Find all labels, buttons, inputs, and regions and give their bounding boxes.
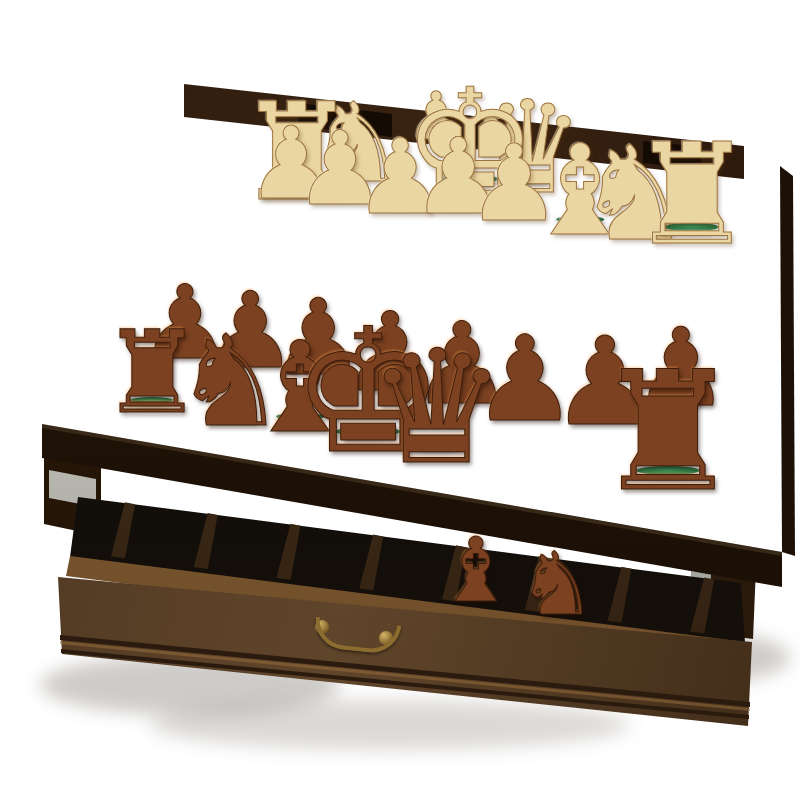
square-f4[interactable]	[313, 240, 385, 276]
rook-glyph: ♜	[629, 142, 755, 247]
rook-glyph: ♜	[594, 371, 742, 495]
black-bishop-drawer[interactable]: ♝	[432, 519, 521, 592]
black-knight-drawer[interactable]: ♞	[514, 535, 601, 606]
white-rook-a1[interactable]: ♜	[622, 114, 762, 229]
square-g4[interactable]	[257, 235, 328, 270]
square-d4[interactable]	[432, 248, 506, 287]
black-rook-a8[interactable]: ♜	[586, 338, 751, 473]
drawer-slide-knob	[57, 493, 80, 516]
queen-glyph: ♛	[367, 349, 508, 467]
bishop-glyph: ♝	[436, 537, 516, 604]
photo-background: ♜♞♚♛♝♞♜♟♟♟♟♟♟♟♟♟♟♟♟♟♟♜♞♝♚♛♜♝♞	[0, 0, 800, 799]
knight-glyph: ♞	[518, 552, 596, 617]
black-queen-d8[interactable]: ♛	[359, 317, 516, 446]
square-h4[interactable]	[204, 232, 274, 266]
square-e4[interactable]	[371, 244, 444, 281]
floor-shadow	[150, 700, 630, 750]
